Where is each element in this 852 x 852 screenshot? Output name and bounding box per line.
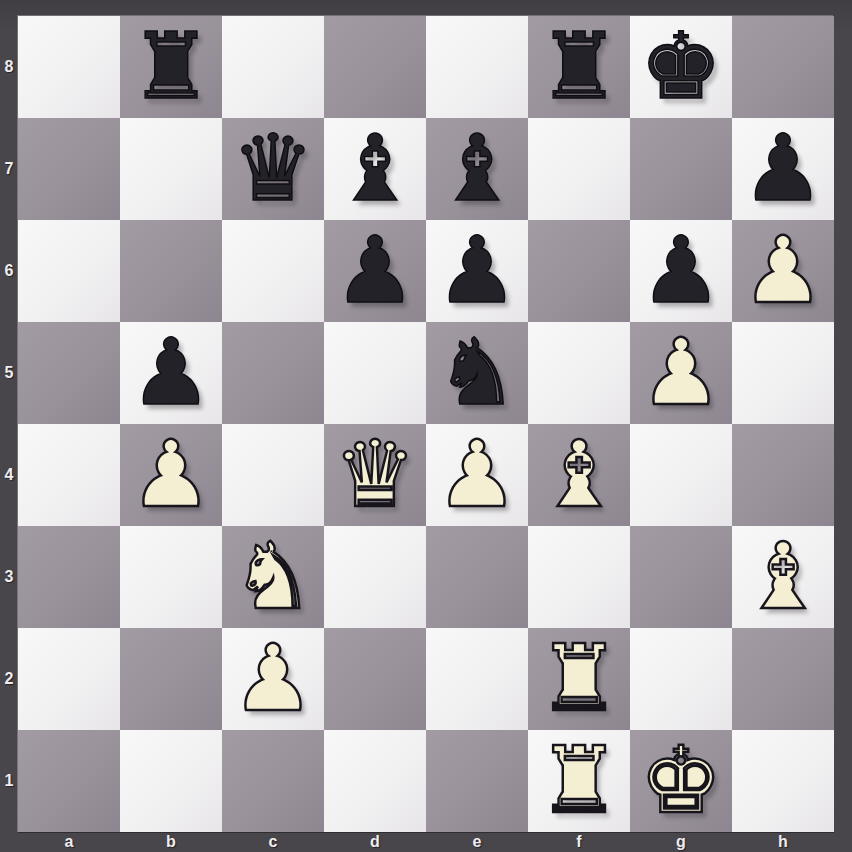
rank-label-3: 3: [0, 526, 18, 628]
white-rook-f1[interactable]: ♜: [538, 735, 620, 827]
square-b3[interactable]: [120, 526, 222, 628]
square-b7[interactable]: [120, 118, 222, 220]
chess-board: ♜♜♚♛♝♝♟♟♟♟♟♟♞♟♟♛♟♝♞♝♟♜♜♚: [18, 16, 834, 833]
white-queen-d4[interactable]: ♛: [334, 429, 416, 521]
square-a6[interactable]: [18, 220, 120, 322]
black-bishop-e7[interactable]: ♝: [436, 123, 518, 215]
square-a2[interactable]: [18, 628, 120, 730]
square-c5[interactable]: [222, 322, 324, 424]
square-e2[interactable]: [426, 628, 528, 730]
black-pawn-d6[interactable]: ♟: [334, 225, 416, 317]
square-c3[interactable]: ♞: [222, 526, 324, 628]
square-b2[interactable]: [120, 628, 222, 730]
white-bishop-f4[interactable]: ♝: [538, 429, 620, 521]
square-c6[interactable]: [222, 220, 324, 322]
square-a8[interactable]: [18, 16, 120, 118]
square-g3[interactable]: [630, 526, 732, 628]
square-c8[interactable]: [222, 16, 324, 118]
rank-label-8: 8: [0, 16, 18, 118]
square-b8[interactable]: ♜: [120, 16, 222, 118]
square-h2[interactable]: [732, 628, 834, 730]
square-b6[interactable]: [120, 220, 222, 322]
white-knight-c3[interactable]: ♞: [232, 531, 314, 623]
file-label-d: d: [324, 832, 426, 852]
square-a7[interactable]: [18, 118, 120, 220]
black-bishop-d7[interactable]: ♝: [334, 123, 416, 215]
square-c4[interactable]: [222, 424, 324, 526]
square-e5[interactable]: ♞: [426, 322, 528, 424]
square-b1[interactable]: [120, 730, 222, 832]
black-rook-b8[interactable]: ♜: [130, 21, 212, 113]
square-a5[interactable]: [18, 322, 120, 424]
square-c2[interactable]: ♟: [222, 628, 324, 730]
white-pawn-h6[interactable]: ♟: [742, 225, 824, 317]
square-f8[interactable]: ♜: [528, 16, 630, 118]
square-h8[interactable]: [732, 16, 834, 118]
square-e4[interactable]: ♟: [426, 424, 528, 526]
file-label-e: e: [426, 832, 528, 852]
board-frame: ♜♜♚♛♝♝♟♟♟♟♟♟♞♟♟♛♟♝♞♝♟♜♜♚ 87654321 abcdef…: [0, 0, 852, 852]
black-queen-c7[interactable]: ♛: [232, 123, 314, 215]
square-e8[interactable]: [426, 16, 528, 118]
file-label-a: a: [18, 832, 120, 852]
square-f7[interactable]: [528, 118, 630, 220]
square-d7[interactable]: ♝: [324, 118, 426, 220]
file-label-b: b: [120, 832, 222, 852]
file-label-h: h: [732, 832, 834, 852]
square-b4[interactable]: ♟: [120, 424, 222, 526]
square-e1[interactable]: [426, 730, 528, 832]
square-h7[interactable]: ♟: [732, 118, 834, 220]
file-label-f: f: [528, 832, 630, 852]
square-g6[interactable]: ♟: [630, 220, 732, 322]
rank-label-6: 6: [0, 220, 18, 322]
white-king-g1[interactable]: ♚: [640, 735, 722, 827]
white-bishop-h3[interactable]: ♝: [742, 531, 824, 623]
square-h4[interactable]: [732, 424, 834, 526]
square-g8[interactable]: ♚: [630, 16, 732, 118]
white-pawn-g5[interactable]: ♟: [640, 327, 722, 419]
square-f6[interactable]: [528, 220, 630, 322]
square-e3[interactable]: [426, 526, 528, 628]
square-f4[interactable]: ♝: [528, 424, 630, 526]
rank-label-1: 1: [0, 730, 18, 832]
square-g2[interactable]: [630, 628, 732, 730]
square-d3[interactable]: [324, 526, 426, 628]
black-rook-f8[interactable]: ♜: [538, 21, 620, 113]
white-pawn-b4[interactable]: ♟: [130, 429, 212, 521]
square-c1[interactable]: [222, 730, 324, 832]
square-d6[interactable]: ♟: [324, 220, 426, 322]
black-pawn-b5[interactable]: ♟: [130, 327, 212, 419]
white-rook-f2[interactable]: ♜: [538, 633, 620, 725]
square-f1[interactable]: ♜: [528, 730, 630, 832]
black-knight-e5[interactable]: ♞: [436, 327, 518, 419]
square-g1[interactable]: ♚: [630, 730, 732, 832]
square-a3[interactable]: [18, 526, 120, 628]
square-h3[interactable]: ♝: [732, 526, 834, 628]
black-pawn-e6[interactable]: ♟: [436, 225, 518, 317]
square-e6[interactable]: ♟: [426, 220, 528, 322]
square-a4[interactable]: [18, 424, 120, 526]
square-h1[interactable]: [732, 730, 834, 832]
black-pawn-h7[interactable]: ♟: [742, 123, 824, 215]
white-pawn-e4[interactable]: ♟: [436, 429, 518, 521]
square-a1[interactable]: [18, 730, 120, 832]
square-d4[interactable]: ♛: [324, 424, 426, 526]
white-pawn-c2[interactable]: ♟: [232, 633, 314, 725]
square-e7[interactable]: ♝: [426, 118, 528, 220]
square-g5[interactable]: ♟: [630, 322, 732, 424]
square-g4[interactable]: [630, 424, 732, 526]
square-g7[interactable]: [630, 118, 732, 220]
file-label-c: c: [222, 832, 324, 852]
square-f2[interactable]: ♜: [528, 628, 630, 730]
rank-label-7: 7: [0, 118, 18, 220]
square-h5[interactable]: [732, 322, 834, 424]
rank-label-2: 2: [0, 628, 18, 730]
square-d2[interactable]: [324, 628, 426, 730]
square-d1[interactable]: [324, 730, 426, 832]
square-h6[interactable]: ♟: [732, 220, 834, 322]
black-king-g8[interactable]: ♚: [640, 21, 722, 113]
square-b5[interactable]: ♟: [120, 322, 222, 424]
square-d8[interactable]: [324, 16, 426, 118]
square-f5[interactable]: [528, 322, 630, 424]
file-label-g: g: [630, 832, 732, 852]
square-f3[interactable]: [528, 526, 630, 628]
square-c7[interactable]: ♛: [222, 118, 324, 220]
rank-label-5: 5: [0, 322, 18, 424]
black-pawn-g6[interactable]: ♟: [640, 225, 722, 317]
square-d5[interactable]: [324, 322, 426, 424]
rank-label-4: 4: [0, 424, 18, 526]
